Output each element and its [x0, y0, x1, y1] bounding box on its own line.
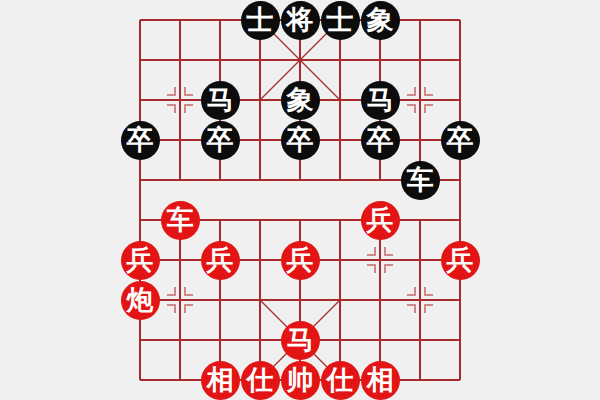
piece-black-general[interactable]: 将	[281, 1, 320, 40]
piece-red-general[interactable]: 帅	[281, 361, 320, 400]
piece-black-soldier[interactable]: 卒	[201, 121, 240, 160]
piece-black-soldier[interactable]: 卒	[121, 121, 160, 160]
piece-red-advisor[interactable]: 仕	[321, 361, 360, 400]
piece-black-chariot[interactable]: 车	[401, 161, 440, 200]
piece-black-soldier[interactable]: 卒	[441, 121, 480, 160]
piece-black-elephant[interactable]: 象	[361, 1, 400, 40]
piece-red-soldier[interactable]: 兵	[361, 201, 400, 240]
xiangqi-board: 士将士象马象马卒卒卒卒卒车车兵兵兵兵兵炮马相仕帅仕相	[0, 0, 600, 400]
piece-red-advisor[interactable]: 仕	[241, 361, 280, 400]
piece-red-chariot[interactable]: 车	[161, 201, 200, 240]
board-grid[interactable]: 士将士象马象马卒卒卒卒卒车车兵兵兵兵兵炮马相仕帅仕相	[120, 0, 480, 400]
piece-red-elephant[interactable]: 相	[361, 361, 400, 400]
piece-black-advisor[interactable]: 士	[321, 1, 360, 40]
piece-black-advisor[interactable]: 士	[241, 1, 280, 40]
piece-red-soldier[interactable]: 兵	[441, 241, 480, 280]
piece-red-soldier[interactable]: 兵	[281, 241, 320, 280]
piece-black-elephant[interactable]: 象	[281, 81, 320, 120]
piece-red-soldier[interactable]: 兵	[201, 241, 240, 280]
piece-black-horse[interactable]: 马	[201, 81, 240, 120]
piece-black-soldier[interactable]: 卒	[281, 121, 320, 160]
piece-black-soldier[interactable]: 卒	[361, 121, 400, 160]
piece-red-horse[interactable]: 马	[281, 321, 320, 360]
piece-red-cannon[interactable]: 炮	[121, 281, 160, 320]
piece-black-horse[interactable]: 马	[361, 81, 400, 120]
piece-red-soldier[interactable]: 兵	[121, 241, 160, 280]
piece-red-elephant[interactable]: 相	[201, 361, 240, 400]
